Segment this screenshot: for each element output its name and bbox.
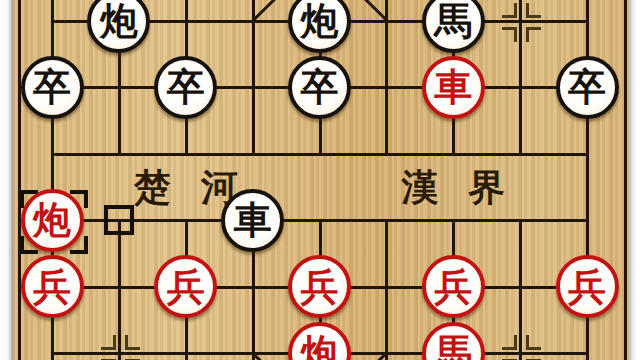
piece-black-cannon-b3[interactable]: 炮 — [87, 0, 150, 53]
piece-black-soldier-c4[interactable]: 卒 — [154, 56, 217, 119]
piece-black-cannon-e3[interactable]: 炮 — [288, 0, 351, 53]
piece-black-chariot-d6[interactable]: 車 — [221, 189, 284, 252]
piece-red-cannon-a6[interactable]: 炮 — [21, 189, 84, 252]
piece-red-soldier-e7[interactable]: 兵 — [288, 255, 351, 318]
letterbox-right — [629, 0, 640, 360]
piece-black-soldier-a4[interactable]: 卒 — [21, 56, 84, 119]
video-frame: 楚 河 漢 界 炮炮馬卒卒卒車卒炮車兵兵兵兵兵炮馬 — [0, 0, 640, 360]
piece-black-soldier-i4[interactable]: 卒 — [556, 56, 619, 119]
piece-layer: 炮炮馬卒卒卒車卒炮車兵兵兵兵兵炮馬 — [0, 0, 640, 360]
piece-black-soldier-e4[interactable]: 卒 — [288, 56, 351, 119]
piece-red-soldier-c7[interactable]: 兵 — [154, 255, 217, 318]
piece-red-cannon-e8[interactable]: 炮 — [288, 322, 351, 360]
piece-red-soldier-a7[interactable]: 兵 — [21, 255, 84, 318]
piece-red-chariot-g4[interactable]: 車 — [422, 56, 485, 119]
piece-black-horse-g3[interactable]: 馬 — [422, 0, 485, 53]
piece-red-soldier-i7[interactable]: 兵 — [556, 255, 619, 318]
letterbox-left — [0, 0, 13, 360]
piece-red-horse-g8[interactable]: 馬 — [422, 322, 485, 360]
piece-red-soldier-g7[interactable]: 兵 — [422, 255, 485, 318]
